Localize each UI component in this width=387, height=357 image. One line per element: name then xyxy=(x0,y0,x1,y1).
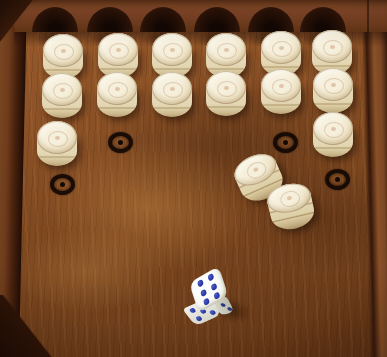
checker-piece[interactable] xyxy=(206,71,246,116)
checker-top xyxy=(97,72,137,105)
die-pip xyxy=(226,307,232,311)
checker-piece[interactable] xyxy=(37,121,77,166)
piece-recess-notch xyxy=(87,7,133,32)
checker-piece[interactable] xyxy=(261,69,301,114)
frame-corner-bottom-left xyxy=(0,295,66,357)
board-ring-mark xyxy=(108,132,133,153)
checker-top xyxy=(206,71,246,104)
die-pip xyxy=(209,310,217,316)
frame-corner-top-left xyxy=(0,0,48,46)
checker-piece[interactable] xyxy=(97,72,137,117)
die-pip xyxy=(220,303,226,307)
die-pip xyxy=(188,307,196,313)
die-pip xyxy=(202,297,209,306)
board-photo xyxy=(0,0,387,357)
checker-piece[interactable] xyxy=(313,112,353,157)
checker-top xyxy=(312,30,352,63)
checker-top xyxy=(261,69,301,102)
checker-piece[interactable] xyxy=(42,73,82,118)
piece-recess-notch xyxy=(140,7,186,32)
piece-recess-notch xyxy=(194,7,240,32)
die-body xyxy=(182,271,236,327)
checker-top xyxy=(313,68,353,101)
board-ring-mark xyxy=(325,169,350,190)
piece-recess-notch xyxy=(248,7,294,32)
checker-top xyxy=(313,112,353,145)
board-ring-mark xyxy=(273,132,298,153)
die-pip xyxy=(208,273,215,282)
checker-piece[interactable] xyxy=(313,68,353,113)
checker-top xyxy=(206,33,246,66)
checker-top xyxy=(152,33,192,66)
checker-top xyxy=(98,33,138,66)
die-pip xyxy=(200,288,207,297)
die-pip xyxy=(197,279,204,288)
checker-top xyxy=(43,34,83,67)
piece-recess-notch xyxy=(300,7,346,32)
checker-top xyxy=(152,72,192,105)
checker-top xyxy=(37,121,77,154)
die-pip xyxy=(211,282,218,291)
checker-piece[interactable] xyxy=(152,72,192,117)
die-pip xyxy=(214,291,221,300)
die-pip xyxy=(195,316,203,322)
board-ring-mark xyxy=(50,174,75,195)
die[interactable] xyxy=(185,274,233,324)
top-rail xyxy=(14,0,387,32)
checker-top xyxy=(42,73,82,106)
checker-top xyxy=(261,31,301,64)
